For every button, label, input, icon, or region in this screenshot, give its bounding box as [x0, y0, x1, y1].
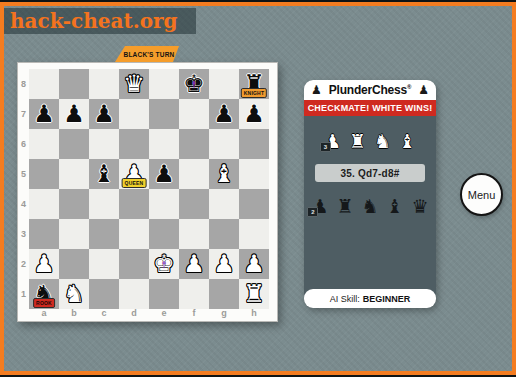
square-c3[interactable]: [89, 219, 119, 249]
captured-count-badge: 3: [320, 142, 331, 152]
square-g7[interactable]: ♟: [209, 99, 239, 129]
captured-black-pawn: ♟2: [311, 195, 328, 217]
square-a7[interactable]: ♟: [29, 99, 59, 129]
app-title: PlunderChess®: [329, 83, 412, 97]
square-c7[interactable]: ♟: [89, 99, 119, 129]
square-h2[interactable]: ♟: [239, 249, 269, 279]
square-b1[interactable]: ♞: [59, 279, 89, 309]
square-d2[interactable]: [119, 249, 149, 279]
piece-white-bishop[interactable]: ♝: [209, 159, 239, 189]
file-label-a: a: [29, 308, 59, 319]
file-label-f: f: [179, 308, 209, 319]
piece-white-pawn[interactable]: ♟: [179, 249, 209, 279]
captured-black-queen: ♛: [412, 195, 429, 217]
square-b8[interactable]: [59, 69, 89, 99]
piece-white-queen[interactable]: ♛: [119, 69, 149, 99]
square-f1[interactable]: [179, 279, 209, 309]
piece-white-pawn[interactable]: ♟: [239, 249, 269, 279]
square-c2[interactable]: [89, 249, 119, 279]
captured-count-badge: 2: [307, 207, 318, 217]
rank-labels: 87654321: [18, 69, 29, 309]
captured-white-bishop: ♝: [399, 130, 416, 152]
move-display-text: 35. Qd7-d8#: [341, 168, 400, 179]
captured-black-rook: ♜: [336, 195, 353, 217]
captured-white-knight: ♞: [374, 130, 391, 152]
rank-label-1: 1: [18, 279, 29, 309]
file-label-g: g: [209, 308, 239, 319]
square-e5[interactable]: ♟: [149, 159, 179, 189]
app-screen: 87654321 abcdefgh ♛♚†♜KNIGHT♟♟♟♟♟♝♟QUEEN…: [0, 0, 516, 377]
square-f6[interactable]: [179, 129, 209, 159]
square-d6[interactable]: [119, 129, 149, 159]
square-g2[interactable]: ♟: [209, 249, 239, 279]
square-c5[interactable]: ♝: [89, 159, 119, 189]
square-a8[interactable]: [29, 69, 59, 99]
square-f7[interactable]: [179, 99, 209, 129]
piece-white-rook[interactable]: ♜: [239, 279, 269, 309]
square-h8[interactable]: ♜KNIGHT: [239, 69, 269, 99]
file-label-d: d: [119, 308, 149, 319]
vest-label-queen: QUEEN: [122, 178, 147, 188]
square-b2[interactable]: [59, 249, 89, 279]
square-a5[interactable]: [29, 159, 59, 189]
square-d3[interactable]: [119, 219, 149, 249]
rank-label-6: 6: [18, 129, 29, 159]
square-f3[interactable]: [179, 219, 209, 249]
vest-label-knight: KNIGHT: [241, 88, 267, 98]
square-c4[interactable]: [89, 189, 119, 219]
square-h7[interactable]: ♟: [239, 99, 269, 129]
captured-black-bishop: ♝: [387, 195, 404, 217]
square-a4[interactable]: [29, 189, 59, 219]
game-status-panel: ♟ PlunderChess® ♟ CHECKMATE! WHITE WINS!…: [304, 80, 436, 308]
piece-white-pawn[interactable]: ♟: [209, 249, 239, 279]
file-label-h: h: [239, 308, 269, 319]
rank-label-3: 3: [18, 219, 29, 249]
square-g8[interactable]: [209, 69, 239, 99]
pawn-icon: ♟: [311, 84, 322, 96]
square-e2[interactable]: ♚†: [149, 249, 179, 279]
square-c1[interactable]: [89, 279, 119, 309]
square-f2[interactable]: ♟: [179, 249, 209, 279]
piece-black-bishop[interactable]: ♝: [89, 159, 119, 189]
file-label-c: c: [89, 308, 119, 319]
square-h6[interactable]: [239, 129, 269, 159]
square-a2[interactable]: ♟: [29, 249, 59, 279]
file-labels: abcdefgh: [29, 308, 269, 319]
piece-black-pawn[interactable]: ♟: [209, 99, 239, 129]
file-label-e: e: [149, 308, 179, 319]
menu-button[interactable]: Menu: [460, 173, 503, 216]
piece-black-pawn[interactable]: ♟: [89, 99, 119, 129]
panel-footer: AI Skill: BEGINNER: [304, 289, 436, 308]
piece-black-pawn[interactable]: ♟: [149, 159, 179, 189]
turn-indicator-label: BLACK'S TURN: [120, 51, 175, 58]
piece-black-pawn[interactable]: ♟: [59, 99, 89, 129]
chess-board: 87654321 abcdefgh ♛♚†♜KNIGHT♟♟♟♟♟♝♟QUEEN…: [17, 62, 278, 322]
square-e1[interactable]: [149, 279, 179, 309]
panel-body: ♟3♜♞♝ 35. Qd7-d8# ♟2♜♞♝♛: [304, 116, 436, 289]
piece-black-king[interactable]: ♚: [179, 69, 209, 99]
square-f4[interactable]: [179, 189, 209, 219]
square-h5[interactable]: [239, 159, 269, 189]
square-b3[interactable]: [59, 219, 89, 249]
square-b7[interactable]: ♟: [59, 99, 89, 129]
square-d4[interactable]: [119, 189, 149, 219]
ai-skill-label: AI Skill:: [330, 294, 360, 304]
square-f8[interactable]: ♚†: [179, 69, 209, 99]
square-a3[interactable]: [29, 219, 59, 249]
square-g4[interactable]: [209, 189, 239, 219]
square-g3[interactable]: [209, 219, 239, 249]
piece-white-pawn[interactable]: ♟: [29, 249, 59, 279]
captured-black-knight: ♞: [361, 195, 378, 217]
checkmate-banner: CHECKMATE! WHITE WINS!: [304, 100, 436, 116]
square-f5[interactable]: [179, 159, 209, 189]
captured-white-rook: ♜: [349, 130, 366, 152]
captured-white-pieces-tray: ♟3♜♞♝: [324, 130, 416, 152]
file-label-b: b: [59, 308, 89, 319]
watermark-band: hack-cheat.org: [4, 8, 196, 34]
square-e8[interactable]: [149, 69, 179, 99]
square-e4[interactable]: [149, 189, 179, 219]
ai-skill-value: BEGINNER: [363, 294, 411, 304]
move-display: 35. Qd7-d8#: [315, 164, 425, 182]
piece-white-king[interactable]: ♚: [149, 249, 179, 279]
square-h4[interactable]: [239, 189, 269, 219]
square-d8[interactable]: ♛: [119, 69, 149, 99]
square-g1[interactable]: [209, 279, 239, 309]
square-e7[interactable]: [149, 99, 179, 129]
square-g6[interactable]: [209, 129, 239, 159]
piece-black-pawn[interactable]: ♟: [239, 99, 269, 129]
captured-white-pawn: ♟3: [324, 130, 341, 152]
rank-label-2: 2: [18, 249, 29, 279]
square-c8[interactable]: [89, 69, 119, 99]
rank-label-7: 7: [18, 99, 29, 129]
checkmate-banner-text: CHECKMATE! WHITE WINS!: [308, 103, 433, 113]
square-d7[interactable]: [119, 99, 149, 129]
square-b6[interactable]: [59, 129, 89, 159]
piece-white-knight[interactable]: ♞: [59, 279, 89, 309]
square-e6[interactable]: [149, 129, 179, 159]
vest-label-rook: ROOK: [33, 298, 55, 308]
square-h1[interactable]: ♜: [239, 279, 269, 309]
square-h3[interactable]: [239, 219, 269, 249]
square-b4[interactable]: [59, 189, 89, 219]
square-a1[interactable]: ♞ROOK: [29, 279, 59, 309]
square-g5[interactable]: ♝: [209, 159, 239, 189]
square-d1[interactable]: [119, 279, 149, 309]
rank-label-5: 5: [18, 159, 29, 189]
rank-label-4: 4: [18, 189, 29, 219]
piece-black-pawn[interactable]: ♟: [29, 99, 59, 129]
background: 87654321 abcdefgh ♛♚†♜KNIGHT♟♟♟♟♟♝♟QUEEN…: [0, 2, 516, 375]
square-a6[interactable]: [29, 129, 59, 159]
square-b5[interactable]: [59, 159, 89, 189]
registered-mark: ®: [407, 84, 411, 90]
pawn-icon: ♟: [418, 84, 429, 96]
square-c6[interactable]: [89, 129, 119, 159]
panel-header: ♟ PlunderChess® ♟: [304, 80, 436, 100]
turn-indicator-banner: BLACK'S TURN: [115, 46, 179, 62]
square-d5[interactable]: ♟QUEEN: [119, 159, 149, 189]
square-e3[interactable]: [149, 219, 179, 249]
watermark-text: hack-cheat.org: [4, 9, 178, 33]
captured-black-pieces-tray: ♟2♜♞♝♛: [311, 195, 428, 217]
rank-label-8: 8: [18, 69, 29, 99]
board-grid[interactable]: ♛♚†♜KNIGHT♟♟♟♟♟♝♟QUEEN♟♝♟♚†♟♟♟♞ROOK♞♜: [29, 69, 269, 309]
